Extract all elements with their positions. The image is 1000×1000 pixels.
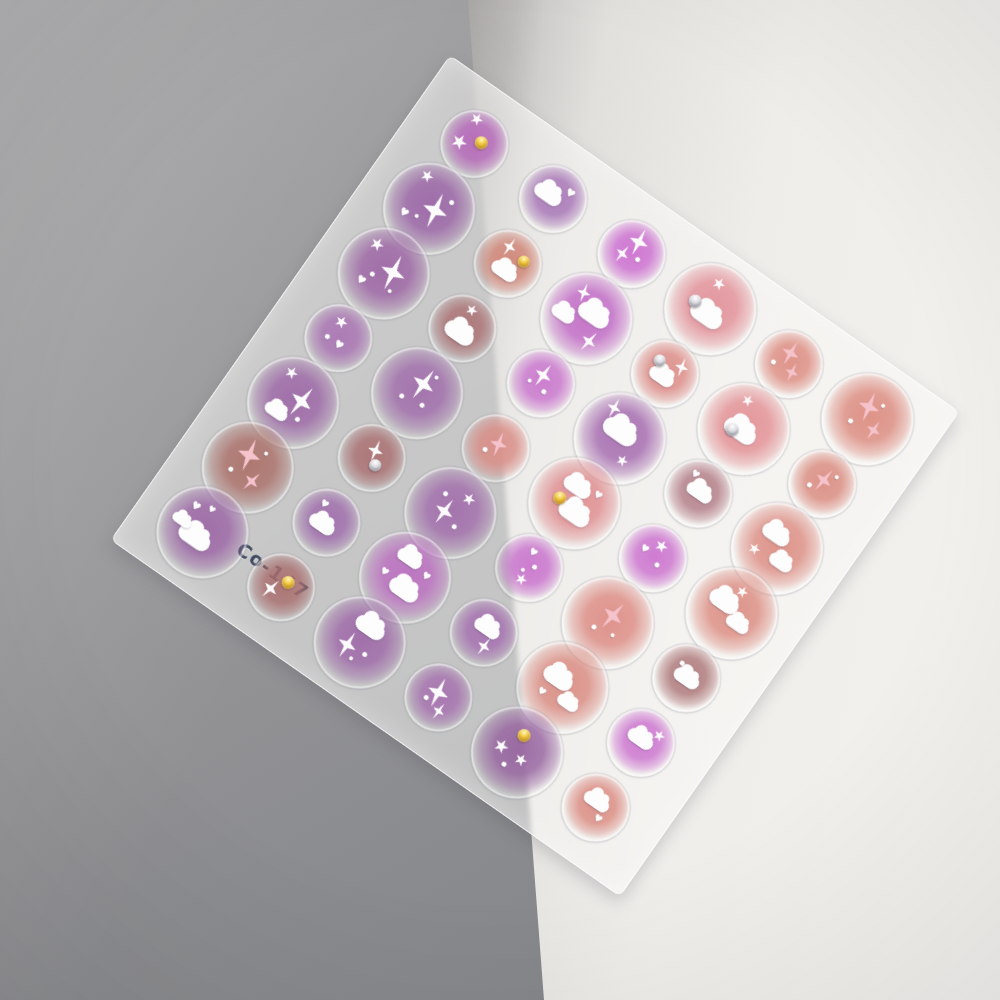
sparkle-icon [498,235,521,260]
sparkle-icon [238,468,266,496]
star-icon [283,364,301,382]
cloud-icon [767,550,795,575]
cloud-icon [489,258,520,285]
cloud-icon [574,298,612,332]
star-icon [746,540,763,557]
cloud-icon [532,179,565,208]
heart-icon: ♥ [563,186,577,201]
sparkle-icon [594,596,632,634]
star-icon [513,571,530,588]
heart-icon: ♥ [591,812,604,825]
heart-icon: ♥ [397,204,411,219]
cloud-icon [759,520,792,549]
sparkle-icon [373,250,413,295]
cloud-icon [684,479,715,506]
heart-icon: ♥ [638,543,651,556]
dot-icon [540,388,547,395]
sparkle-icon [331,627,364,662]
gem-gold-icon [279,573,297,591]
dot-icon [423,694,430,701]
dot-icon [264,451,270,457]
cloud-icon [385,574,421,606]
dot-icon [501,761,508,768]
cloud-icon [646,363,677,390]
dot-icon [361,651,368,658]
cloud-icon [472,615,503,642]
dot-icon [806,482,813,489]
sparkle-icon [861,417,886,443]
gem-gold-icon [516,254,533,271]
sparkle-icon [528,360,558,392]
dot-icon [348,656,354,662]
cloud-icon [625,726,656,753]
heart-icon: ♥ [535,685,548,698]
heart-icon: ♥ [527,546,540,559]
dot-icon [434,375,440,381]
cloud-icon [549,301,577,326]
dot-icon [482,446,489,453]
sparkle-icon [257,575,285,603]
sparkle-icon [575,327,603,355]
dot-icon [880,403,886,409]
dot-icon [770,359,777,366]
star-icon [491,736,512,757]
dot-icon [368,271,375,278]
star-icon [460,490,478,508]
star-icon [367,234,386,253]
dot-icon [653,562,660,569]
heart-icon: ♥ [419,570,432,583]
dot-icon [451,523,458,530]
sparkle-icon [403,363,443,405]
dot-icon [610,633,616,639]
sparkle-icon [428,700,450,723]
sparkle-icon [610,242,634,267]
dot-icon [448,199,455,206]
dot-icon [527,378,533,384]
cloud-icon [262,399,290,424]
dot-icon [590,623,597,630]
cloud-icon [441,317,477,349]
gem-silver-icon [367,457,384,474]
star-icon [468,110,486,128]
sparkle-icon [428,494,461,529]
star-icon [614,452,631,469]
sparkle-icon [780,360,802,384]
heart-icon: ♥ [591,489,604,502]
cloud-icon [307,511,338,538]
dot-icon [418,402,425,409]
sparkle-icon [421,673,455,711]
heart-icon: ♥ [318,498,331,511]
dot-icon [531,564,538,571]
gem-gold-icon [473,134,491,152]
photo-stage: Co-147 ♥♥♥♥♥♥♥♥♥♥♥♥♥♥♥ [0,0,1000,1000]
sparkle-icon [775,338,804,370]
sparkle-icon [486,428,512,459]
star-icon [448,131,470,153]
dot-icon [520,567,526,573]
dot-icon [398,392,405,399]
cloud-icon [555,691,580,714]
star-icon [652,537,670,555]
dot-icon [442,491,449,498]
sparkle-icon [232,435,268,476]
star-icon [512,751,530,769]
sparkle-icon [623,225,654,260]
heart-icon: ♥ [331,338,345,353]
dot-icon [847,418,854,425]
dot-icon [414,213,420,219]
sparkle-icon [415,188,454,233]
cloud-icon [723,612,751,637]
star-icon [739,392,756,409]
cloud-icon [394,545,425,572]
sparkle-icon [853,388,886,426]
cloud-icon [599,414,640,450]
star-icon [332,313,350,331]
star-icon [710,275,728,293]
dot-icon [834,475,840,481]
heart-icon: ♥ [354,273,368,288]
dot-icon [387,288,393,294]
sparkle-icon [808,464,839,496]
heart-icon: ♥ [378,565,391,578]
dot-icon [294,416,301,423]
gem-gold-icon [515,726,533,744]
star-icon [418,167,436,185]
heart-icon: ♥ [206,504,218,516]
heart-icon: ♥ [189,498,203,513]
dot-icon [634,256,641,263]
dot-icon [324,334,331,341]
cloud-icon [671,665,702,692]
dot-icon [227,466,234,473]
cloud-icon [352,612,388,644]
star-icon [463,302,480,319]
